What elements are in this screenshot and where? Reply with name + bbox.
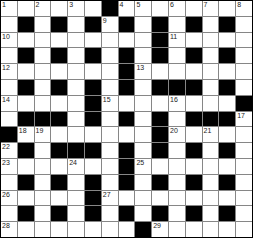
letter-cell[interactable] bbox=[135, 33, 151, 48]
block-cell bbox=[18, 143, 34, 158]
letter-cell[interactable] bbox=[236, 64, 252, 79]
letter-cell[interactable]: 1 bbox=[1, 1, 17, 16]
block-cell bbox=[219, 206, 235, 221]
letter-cell[interactable] bbox=[51, 127, 67, 142]
clue-number: 1 bbox=[2, 1, 6, 9]
letter-cell[interactable] bbox=[85, 64, 101, 79]
letter-cell[interactable] bbox=[68, 222, 84, 237]
letter-cell[interactable]: 25 bbox=[135, 159, 151, 174]
block-cell bbox=[152, 17, 168, 32]
letter-cell[interactable]: 10 bbox=[1, 33, 17, 48]
block-cell bbox=[51, 17, 67, 32]
letter-cell[interactable] bbox=[102, 48, 118, 63]
block-cell bbox=[219, 175, 235, 190]
block-cell bbox=[169, 80, 185, 95]
block-cell bbox=[18, 206, 34, 221]
letter-cell[interactable] bbox=[219, 159, 235, 174]
block-cell bbox=[119, 159, 135, 174]
letter-cell[interactable] bbox=[102, 222, 118, 237]
block-cell bbox=[119, 143, 135, 158]
letter-cell[interactable] bbox=[35, 80, 51, 95]
letter-cell[interactable] bbox=[18, 159, 34, 174]
letter-cell[interactable]: 29 bbox=[152, 222, 168, 237]
block-cell bbox=[85, 48, 101, 63]
clue-number: 25 bbox=[136, 159, 144, 167]
letter-cell[interactable] bbox=[135, 191, 151, 206]
letter-cell[interactable] bbox=[51, 191, 67, 206]
letter-cell[interactable] bbox=[169, 64, 185, 79]
block-cell bbox=[186, 206, 202, 221]
letter-cell[interactable] bbox=[203, 143, 219, 158]
letter-cell[interactable] bbox=[152, 1, 168, 16]
block-cell bbox=[186, 17, 202, 32]
letter-cell[interactable] bbox=[68, 206, 84, 221]
block-cell bbox=[85, 143, 101, 158]
letter-cell[interactable]: 18 bbox=[18, 127, 34, 142]
letter-cell[interactable] bbox=[236, 175, 252, 190]
letter-cell[interactable]: 13 bbox=[135, 64, 151, 79]
letter-cell[interactable] bbox=[35, 33, 51, 48]
letter-cell[interactable] bbox=[51, 96, 67, 111]
block-cell bbox=[152, 112, 168, 127]
letter-cell[interactable] bbox=[219, 1, 235, 16]
block-cell bbox=[119, 80, 135, 95]
letter-cell[interactable]: 28 bbox=[1, 222, 17, 237]
crossword-grid: 1234567891011121314151617181920212223242… bbox=[0, 0, 253, 238]
letter-cell[interactable] bbox=[203, 48, 219, 63]
letter-cell[interactable] bbox=[102, 206, 118, 221]
clue-number: 22 bbox=[2, 143, 10, 151]
letter-cell[interactable] bbox=[169, 48, 185, 63]
clue-number: 19 bbox=[36, 127, 44, 135]
letter-cell[interactable] bbox=[35, 206, 51, 221]
letter-cell[interactable] bbox=[203, 159, 219, 174]
letter-cell[interactable] bbox=[68, 48, 84, 63]
clue-number: 13 bbox=[136, 64, 144, 72]
clue-number: 12 bbox=[2, 64, 10, 72]
letter-cell[interactable] bbox=[51, 64, 67, 79]
block-cell bbox=[18, 112, 34, 127]
letter-cell[interactable] bbox=[102, 175, 118, 190]
letter-cell[interactable]: 27 bbox=[102, 191, 118, 206]
letter-cell[interactable] bbox=[152, 96, 168, 111]
letter-cell[interactable] bbox=[135, 112, 151, 127]
clue-number: 17 bbox=[237, 112, 245, 120]
letter-cell[interactable] bbox=[219, 33, 235, 48]
letter-cell[interactable]: 11 bbox=[169, 33, 185, 48]
letter-cell[interactable]: 14 bbox=[1, 96, 17, 111]
letter-cell[interactable] bbox=[236, 222, 252, 237]
letter-cell[interactable] bbox=[219, 96, 235, 111]
clue-number: 27 bbox=[103, 191, 111, 199]
letter-cell[interactable] bbox=[35, 222, 51, 237]
letter-cell[interactable] bbox=[135, 17, 151, 32]
block-cell bbox=[119, 48, 135, 63]
letter-cell[interactable]: 6 bbox=[169, 1, 185, 16]
clue-number: 5 bbox=[136, 1, 140, 9]
letter-cell[interactable] bbox=[51, 159, 67, 174]
letter-cell[interactable] bbox=[35, 96, 51, 111]
letter-cell[interactable] bbox=[119, 96, 135, 111]
letter-cell[interactable] bbox=[18, 1, 34, 16]
letter-cell[interactable] bbox=[1, 80, 17, 95]
letter-cell[interactable] bbox=[135, 206, 151, 221]
letter-cell[interactable] bbox=[236, 33, 252, 48]
letter-cell[interactable] bbox=[236, 159, 252, 174]
letter-cell[interactable] bbox=[203, 206, 219, 221]
letter-cell[interactable] bbox=[35, 17, 51, 32]
letter-cell[interactable] bbox=[186, 191, 202, 206]
clue-number: 15 bbox=[103, 96, 111, 104]
letter-cell[interactable] bbox=[169, 143, 185, 158]
block-cell bbox=[119, 112, 135, 127]
letter-cell[interactable]: 2 bbox=[35, 1, 51, 16]
letter-cell[interactable] bbox=[219, 64, 235, 79]
letter-cell[interactable]: 3 bbox=[68, 1, 84, 16]
letter-cell[interactable] bbox=[186, 159, 202, 174]
letter-cell[interactable] bbox=[186, 64, 202, 79]
block-cell bbox=[1, 127, 17, 142]
letter-cell[interactable] bbox=[51, 1, 67, 16]
block-cell bbox=[152, 206, 168, 221]
letter-cell[interactable]: 4 bbox=[119, 1, 135, 16]
letter-cell[interactable] bbox=[68, 112, 84, 127]
letter-cell[interactable] bbox=[169, 112, 185, 127]
clue-number: 29 bbox=[153, 222, 161, 230]
letter-cell[interactable]: 16 bbox=[169, 96, 185, 111]
block-cell bbox=[119, 175, 135, 190]
block-cell bbox=[102, 1, 118, 16]
letter-cell[interactable] bbox=[85, 222, 101, 237]
letter-cell[interactable] bbox=[1, 17, 17, 32]
letter-cell[interactable] bbox=[85, 127, 101, 142]
block-cell bbox=[119, 206, 135, 221]
block-cell bbox=[51, 175, 67, 190]
block-cell bbox=[219, 112, 235, 127]
block-cell bbox=[152, 175, 168, 190]
block-cell bbox=[51, 112, 67, 127]
letter-cell[interactable] bbox=[35, 159, 51, 174]
letter-cell[interactable] bbox=[152, 159, 168, 174]
letter-cell[interactable] bbox=[236, 191, 252, 206]
letter-cell[interactable] bbox=[85, 159, 101, 174]
block-cell bbox=[51, 48, 67, 63]
clue-number: 9 bbox=[103, 17, 107, 25]
letter-cell[interactable] bbox=[102, 143, 118, 158]
block-cell bbox=[35, 112, 51, 127]
block-cell bbox=[85, 96, 101, 111]
letter-cell[interactable]: 15 bbox=[102, 96, 118, 111]
letter-cell[interactable] bbox=[203, 175, 219, 190]
block-cell bbox=[85, 206, 101, 221]
letter-cell[interactable] bbox=[35, 143, 51, 158]
letter-cell[interactable]: 12 bbox=[1, 64, 17, 79]
block-cell bbox=[186, 175, 202, 190]
letter-cell[interactable] bbox=[1, 112, 17, 127]
letter-cell[interactable] bbox=[203, 64, 219, 79]
clue-number: 26 bbox=[2, 191, 10, 199]
letter-cell[interactable] bbox=[203, 17, 219, 32]
block-cell bbox=[186, 80, 202, 95]
letter-cell[interactable] bbox=[186, 96, 202, 111]
clue-number: 18 bbox=[19, 127, 27, 135]
letter-cell[interactable]: 7 bbox=[203, 1, 219, 16]
clue-number: 14 bbox=[2, 96, 10, 104]
block-cell bbox=[219, 80, 235, 95]
clue-number: 6 bbox=[170, 1, 174, 9]
letter-cell[interactable] bbox=[169, 222, 185, 237]
block-cell bbox=[152, 48, 168, 63]
letter-cell[interactable] bbox=[18, 96, 34, 111]
clue-number: 24 bbox=[69, 159, 77, 167]
letter-cell[interactable] bbox=[135, 143, 151, 158]
letter-cell[interactable] bbox=[236, 206, 252, 221]
letter-cell[interactable] bbox=[68, 175, 84, 190]
letter-cell[interactable] bbox=[102, 80, 118, 95]
block-cell bbox=[51, 206, 67, 221]
letter-cell[interactable] bbox=[186, 222, 202, 237]
letter-cell[interactable] bbox=[219, 127, 235, 142]
letter-cell[interactable] bbox=[68, 80, 84, 95]
clue-number: 3 bbox=[69, 1, 73, 9]
letter-cell[interactable] bbox=[35, 175, 51, 190]
letter-cell[interactable] bbox=[68, 191, 84, 206]
letter-cell[interactable]: 22 bbox=[1, 143, 17, 158]
letter-cell[interactable] bbox=[203, 80, 219, 95]
letter-cell[interactable] bbox=[169, 159, 185, 174]
letter-cell[interactable] bbox=[119, 127, 135, 142]
letter-cell[interactable] bbox=[102, 127, 118, 142]
letter-cell[interactable] bbox=[219, 222, 235, 237]
letter-cell[interactable] bbox=[169, 17, 185, 32]
letter-cell[interactable] bbox=[1, 48, 17, 63]
letter-cell[interactable] bbox=[85, 1, 101, 16]
block-cell bbox=[203, 112, 219, 127]
letter-cell[interactable] bbox=[169, 191, 185, 206]
letter-cell[interactable] bbox=[236, 48, 252, 63]
letter-cell[interactable] bbox=[18, 222, 34, 237]
block-cell bbox=[85, 191, 101, 206]
block-cell bbox=[219, 48, 235, 63]
block-cell bbox=[18, 17, 34, 32]
letter-cell[interactable] bbox=[203, 96, 219, 111]
letter-cell[interactable] bbox=[219, 191, 235, 206]
letter-cell[interactable] bbox=[152, 191, 168, 206]
block-cell bbox=[51, 143, 67, 158]
letter-cell[interactable] bbox=[203, 222, 219, 237]
letter-cell[interactable] bbox=[186, 127, 202, 142]
clue-number: 11 bbox=[170, 33, 177, 41]
clue-number: 20 bbox=[170, 127, 178, 135]
letter-cell[interactable] bbox=[135, 80, 151, 95]
letter-cell[interactable]: 24 bbox=[68, 159, 84, 174]
letter-cell[interactable]: 20 bbox=[169, 127, 185, 142]
letter-cell[interactable] bbox=[186, 1, 202, 16]
letter-cell[interactable] bbox=[236, 143, 252, 158]
clue-number: 10 bbox=[2, 33, 10, 41]
clue-number: 23 bbox=[2, 159, 10, 167]
letter-cell[interactable]: 23 bbox=[1, 159, 17, 174]
letter-cell[interactable] bbox=[35, 191, 51, 206]
letter-cell[interactable] bbox=[35, 48, 51, 63]
letter-cell[interactable] bbox=[203, 191, 219, 206]
letter-cell[interactable] bbox=[68, 127, 84, 142]
letter-cell[interactable] bbox=[236, 17, 252, 32]
letter-cell[interactable] bbox=[186, 33, 202, 48]
letter-cell[interactable] bbox=[119, 222, 135, 237]
block-cell bbox=[18, 48, 34, 63]
clue-number: 4 bbox=[120, 1, 124, 9]
letter-cell[interactable]: 26 bbox=[1, 191, 17, 206]
block-cell bbox=[85, 112, 101, 127]
clue-number: 28 bbox=[2, 222, 10, 230]
letter-cell[interactable] bbox=[18, 33, 34, 48]
letter-cell[interactable] bbox=[102, 64, 118, 79]
letter-cell[interactable] bbox=[119, 191, 135, 206]
letter-cell[interactable] bbox=[119, 33, 135, 48]
letter-cell[interactable]: 5 bbox=[135, 1, 151, 16]
clue-number: 7 bbox=[204, 1, 208, 9]
letter-cell[interactable] bbox=[135, 96, 151, 111]
block-cell bbox=[152, 33, 168, 48]
letter-cell[interactable]: 17 bbox=[236, 112, 252, 127]
letter-cell[interactable] bbox=[203, 33, 219, 48]
block-cell bbox=[186, 48, 202, 63]
clue-number: 21 bbox=[204, 127, 212, 135]
letter-cell[interactable] bbox=[18, 191, 34, 206]
block-cell bbox=[236, 96, 252, 111]
letter-cell[interactable] bbox=[51, 222, 67, 237]
block-cell bbox=[68, 143, 84, 158]
letter-cell[interactable] bbox=[1, 175, 17, 190]
block-cell bbox=[152, 80, 168, 95]
letter-cell[interactable] bbox=[68, 96, 84, 111]
letter-cell[interactable] bbox=[18, 64, 34, 79]
block-cell bbox=[219, 17, 235, 32]
block-cell bbox=[119, 64, 135, 79]
letter-cell[interactable] bbox=[169, 175, 185, 190]
block-cell bbox=[85, 175, 101, 190]
letter-cell[interactable] bbox=[135, 175, 151, 190]
letter-cell[interactable] bbox=[51, 33, 67, 48]
letter-cell[interactable] bbox=[102, 33, 118, 48]
clue-number: 8 bbox=[237, 1, 241, 9]
letter-cell[interactable] bbox=[135, 127, 151, 142]
block-cell bbox=[135, 222, 151, 237]
letter-cell[interactable] bbox=[236, 127, 252, 142]
block-cell bbox=[18, 175, 34, 190]
letter-cell[interactable]: 8 bbox=[236, 1, 252, 16]
letter-cell[interactable] bbox=[102, 112, 118, 127]
letter-cell[interactable] bbox=[102, 159, 118, 174]
block-cell bbox=[186, 143, 202, 158]
block-cell bbox=[186, 112, 202, 127]
letter-cell[interactable] bbox=[35, 64, 51, 79]
clue-number: 16 bbox=[170, 96, 178, 104]
letter-cell[interactable] bbox=[85, 33, 101, 48]
letter-cell[interactable]: 9 bbox=[102, 17, 118, 32]
block-cell bbox=[219, 143, 235, 158]
block-cell bbox=[85, 17, 101, 32]
letter-cell[interactable] bbox=[68, 64, 84, 79]
letter-cell[interactable]: 19 bbox=[35, 127, 51, 142]
block-cell bbox=[152, 143, 168, 158]
letter-cell[interactable] bbox=[236, 80, 252, 95]
letter-cell[interactable] bbox=[1, 206, 17, 221]
letter-cell[interactable]: 21 bbox=[203, 127, 219, 142]
block-cell bbox=[18, 80, 34, 95]
letter-cell[interactable] bbox=[152, 64, 168, 79]
block-cell bbox=[85, 80, 101, 95]
letter-cell[interactable] bbox=[169, 206, 185, 221]
letter-cell[interactable] bbox=[135, 48, 151, 63]
block-cell bbox=[119, 17, 135, 32]
block-cell bbox=[152, 127, 168, 142]
block-cell bbox=[51, 80, 67, 95]
letter-cell[interactable] bbox=[68, 17, 84, 32]
clue-number: 2 bbox=[36, 1, 40, 9]
letter-cell[interactable] bbox=[68, 33, 84, 48]
